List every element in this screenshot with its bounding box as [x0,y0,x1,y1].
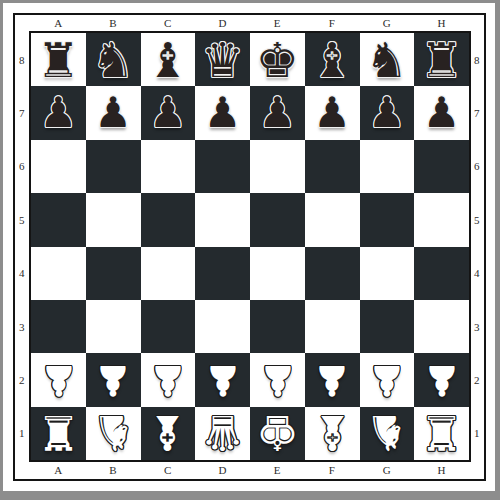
square-d1[interactable]: ♛ [195,407,250,460]
rank-label-left-3: 3 [15,300,29,353]
square-a4[interactable] [31,247,86,300]
piece-black-king[interactable]: ♚ [256,36,299,84]
rank-label-left-6: 6 [15,140,29,193]
piece-black-queen[interactable]: ♛ [201,36,244,84]
rank-label-left-4: 4 [15,247,29,300]
piece-black-pawn[interactable]: ♟ [259,92,297,134]
file-label-bottom-d: D [195,462,250,477]
file-label-bottom-c: C [141,462,196,477]
square-c4[interactable] [141,247,196,300]
square-f1[interactable]: ♝ [305,407,360,460]
square-d4[interactable] [195,247,250,300]
square-g4[interactable] [360,247,415,300]
rank-label-right-5: 5 [470,193,484,246]
file-label-bottom-e: E [250,462,305,477]
piece-black-pawn[interactable]: ♟ [423,92,461,134]
square-a7[interactable]: ♟ [31,86,86,139]
rank-label-right-8: 8 [470,33,484,86]
square-a5[interactable] [31,193,86,246]
square-d2[interactable]: ♟ [195,353,250,406]
file-label-top-f: F [305,15,360,30]
square-b8[interactable]: ♞ [86,33,141,86]
rank-label-right-3: 3 [470,300,484,353]
square-c3[interactable] [141,300,196,353]
square-d8[interactable]: ♛ [195,33,250,86]
square-h6[interactable] [414,140,469,193]
square-a2[interactable]: ♟ [31,353,86,406]
square-g3[interactable] [360,300,415,353]
piece-white-knight[interactable]: ♞ [92,409,135,457]
piece-black-pawn[interactable]: ♟ [94,92,132,134]
file-label-bottom-b: B [86,462,141,477]
piece-black-pawn[interactable]: ♟ [149,92,187,134]
file-labels-bottom: ABCDEFGH [31,462,469,477]
rank-label-left-2: 2 [15,353,29,406]
square-g5[interactable] [360,193,415,246]
piece-black-rook[interactable]: ♜ [37,36,80,84]
square-c6[interactable] [141,140,196,193]
rank-label-left-7: 7 [15,86,29,139]
piece-black-knight[interactable]: ♞ [365,36,408,84]
square-e4[interactable] [250,247,305,300]
piece-white-bishop[interactable]: ♝ [311,409,354,457]
file-label-top-a: A [31,15,86,30]
file-label-top-h: H [414,15,469,30]
file-label-bottom-f: F [305,462,360,477]
square-b1[interactable]: ♞ [86,407,141,460]
square-b5[interactable] [86,193,141,246]
square-b6[interactable] [86,140,141,193]
square-a3[interactable] [31,300,86,353]
square-b4[interactable] [86,247,141,300]
square-g6[interactable] [360,140,415,193]
piece-white-bishop[interactable]: ♝ [146,409,189,457]
square-c5[interactable] [141,193,196,246]
piece-black-rook[interactable]: ♜ [420,36,463,84]
rank-label-left-8: 8 [15,33,29,86]
rank-label-left-5: 5 [15,193,29,246]
square-b7[interactable]: ♟ [86,86,141,139]
square-a8[interactable]: ♜ [31,33,86,86]
piece-white-king[interactable]: ♚ [256,409,299,457]
file-label-bottom-g: G [360,462,415,477]
square-c8[interactable]: ♝ [141,33,196,86]
file-label-top-c: C [141,15,196,30]
piece-white-pawn[interactable]: ♟ [149,359,187,401]
square-e6[interactable] [250,140,305,193]
square-c1[interactable]: ♝ [141,407,196,460]
square-e1[interactable]: ♚ [250,407,305,460]
rank-label-right-2: 2 [470,353,484,406]
square-f6[interactable] [305,140,360,193]
square-h2[interactable]: ♟ [414,353,469,406]
file-label-top-b: B [86,15,141,30]
square-g2[interactable]: ♟ [360,353,415,406]
square-d3[interactable] [195,300,250,353]
rank-label-right-4: 4 [470,247,484,300]
square-f5[interactable] [305,193,360,246]
file-label-top-g: G [360,15,415,30]
square-f7[interactable]: ♟ [305,86,360,139]
piece-black-pawn[interactable]: ♟ [313,92,351,134]
file-labels-top: ABCDEFGH [31,15,469,30]
piece-white-pawn[interactable]: ♟ [40,359,78,401]
piece-white-pawn[interactable]: ♟ [313,359,351,401]
piece-black-pawn[interactable]: ♟ [40,92,78,134]
square-e2[interactable]: ♟ [250,353,305,406]
piece-white-pawn[interactable]: ♟ [94,359,132,401]
chess-board: ♜♞♝♛♚♝♞♜♟♟♟♟♟♟♟♟♟♟♟♟♟♟♟♟♜♞♝♛♚♝♞♜ [29,31,471,462]
rank-label-left-1: 1 [15,407,29,460]
piece-black-bishop[interactable]: ♝ [311,36,354,84]
square-g1[interactable]: ♞ [360,407,415,460]
square-e5[interactable] [250,193,305,246]
rank-label-right-7: 7 [470,86,484,139]
file-label-bottom-a: A [31,462,86,477]
rank-labels-right: 87654321 [470,33,484,460]
piece-black-bishop[interactable]: ♝ [146,36,189,84]
square-f2[interactable]: ♟ [305,353,360,406]
piece-white-pawn[interactable]: ♟ [368,359,406,401]
square-c7[interactable]: ♟ [141,86,196,139]
piece-white-pawn[interactable]: ♟ [259,359,297,401]
piece-black-pawn[interactable]: ♟ [368,92,406,134]
square-e7[interactable]: ♟ [250,86,305,139]
square-a6[interactable] [31,140,86,193]
square-a1[interactable]: ♜ [31,407,86,460]
file-label-top-d: D [195,15,250,30]
square-d5[interactable] [195,193,250,246]
piece-white-knight[interactable]: ♞ [365,409,408,457]
square-e3[interactable] [250,300,305,353]
square-b3[interactable] [86,300,141,353]
file-label-top-e: E [250,15,305,30]
file-label-bottom-h: H [414,462,469,477]
square-g7[interactable]: ♟ [360,86,415,139]
square-h4[interactable] [414,247,469,300]
square-h1[interactable]: ♜ [414,407,469,460]
square-h3[interactable] [414,300,469,353]
square-b2[interactable]: ♟ [86,353,141,406]
square-g8[interactable]: ♞ [360,33,415,86]
square-f4[interactable] [305,247,360,300]
rank-label-right-1: 1 [470,407,484,460]
rank-label-right-6: 6 [470,140,484,193]
piece-white-rook[interactable]: ♜ [37,409,80,457]
piece-black-pawn[interactable]: ♟ [204,92,242,134]
square-h5[interactable] [414,193,469,246]
piece-white-rook[interactable]: ♜ [420,409,463,457]
square-c2[interactable]: ♟ [141,353,196,406]
piece-white-pawn[interactable]: ♟ [423,359,461,401]
square-d7[interactable]: ♟ [195,86,250,139]
piece-white-pawn[interactable]: ♟ [204,359,242,401]
piece-white-queen[interactable]: ♛ [201,409,244,457]
square-f3[interactable] [305,300,360,353]
piece-black-knight[interactable]: ♞ [92,36,135,84]
square-d6[interactable] [195,140,250,193]
rank-labels-left: 87654321 [15,33,29,460]
square-f8[interactable]: ♝ [305,33,360,86]
square-h7[interactable]: ♟ [414,86,469,139]
square-e8[interactable]: ♚ [250,33,305,86]
square-h8[interactable]: ♜ [414,33,469,86]
chess-board-mat: ABCDEFGH ABCDEFGH 87654321 87654321 ♜♞♝♛… [0,0,500,500]
